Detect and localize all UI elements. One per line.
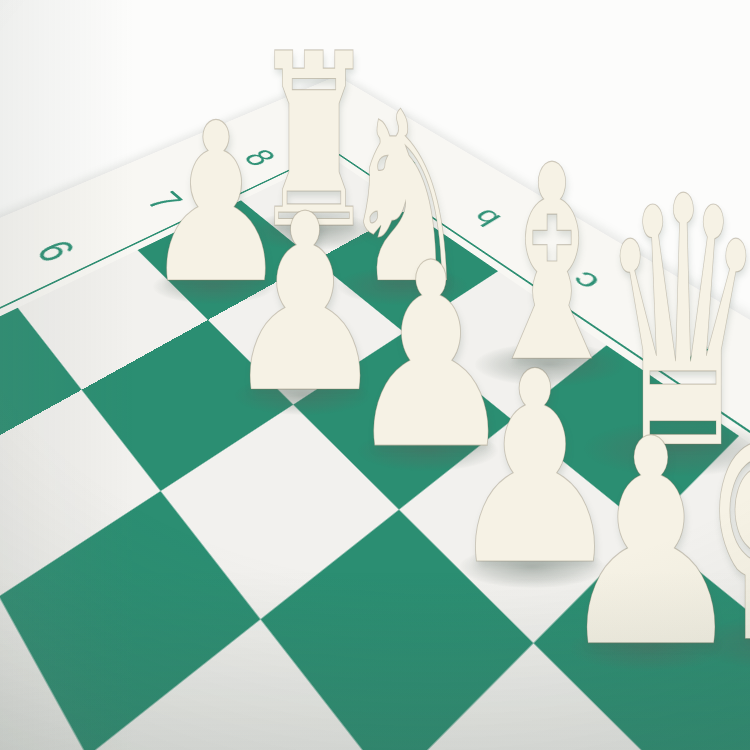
chess-board-photo: 876543 abcdef ♜♞♟♝♟♛♟♟♚♟	[0, 0, 750, 750]
white-pawn-glyph: ♟	[555, 402, 747, 687]
rank-label-6: 6	[26, 234, 85, 269]
